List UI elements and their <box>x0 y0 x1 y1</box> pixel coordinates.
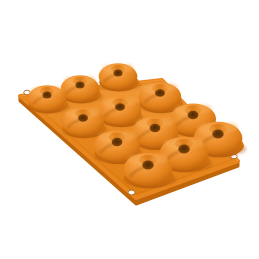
product-photo <box>0 0 259 259</box>
mold-cavity <box>99 63 141 91</box>
mold-photo-svg <box>0 0 259 259</box>
corner-hole-bottom <box>128 190 135 195</box>
mold-cavity <box>61 75 103 103</box>
